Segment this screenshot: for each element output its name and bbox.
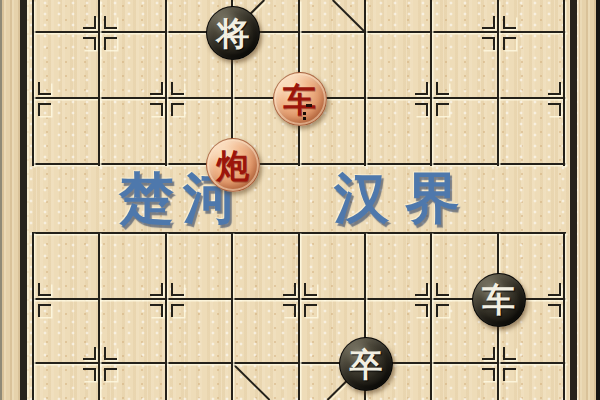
grid-file-line-4-lower — [231, 232, 233, 400]
grid-file-line-9-lower — [563, 232, 565, 400]
grid-file-line-2-lower — [98, 232, 100, 400]
point-marker-f2r3 — [83, 37, 96, 50]
piece-black-soldier[interactable]: 卒 — [339, 337, 393, 391]
piece-glyph: 车 — [482, 283, 515, 316]
grid-file-line-9-upper — [563, 0, 565, 166]
grid-file-line-5-lower — [298, 232, 300, 400]
point-marker-f5r7 — [304, 304, 317, 317]
point-marker-f1r4 — [38, 82, 51, 95]
board-playing-field[interactable]: 将车炮车卒 — [0, 0, 600, 400]
grid-rank-line-3 — [33, 31, 566, 33]
point-marker-f3r4 — [171, 103, 184, 116]
point-marker-f8r8 — [482, 347, 495, 360]
point-marker-f2r8 — [83, 347, 96, 360]
point-marker-f2r3 — [83, 16, 96, 29]
point-marker-f5r7 — [304, 283, 317, 296]
point-marker-f2r8 — [104, 368, 117, 381]
piece-glyph: 卒 — [349, 348, 382, 381]
point-marker-f3r4 — [171, 82, 184, 95]
piece-red-chariot[interactable]: 车 — [273, 72, 327, 126]
grid-file-line-2-upper — [98, 0, 100, 166]
point-marker-f3r7 — [171, 304, 184, 317]
grid-rank-line-5 — [33, 163, 566, 165]
piece-glyph: 炮 — [217, 149, 250, 182]
point-marker-f8r3 — [503, 16, 516, 29]
point-marker-f8r8 — [503, 368, 516, 381]
point-marker-f7r4 — [436, 103, 449, 116]
grid-rank-line-8 — [33, 362, 566, 364]
board-frame-right — [570, 0, 577, 400]
point-marker-f3r7 — [171, 283, 184, 296]
point-marker-f2r3 — [104, 16, 117, 29]
grid-file-line-1-upper — [32, 0, 34, 166]
point-marker-f1r7 — [38, 304, 51, 317]
selection-caret-dot — [303, 112, 306, 115]
selection-caret-artifact — [306, 104, 312, 107]
piece-glyph: 车 — [283, 83, 316, 116]
grid-file-line-7-lower — [430, 232, 432, 400]
point-marker-f7r4 — [415, 82, 428, 95]
point-marker-f8r3 — [482, 16, 495, 29]
point-marker-f8r8 — [503, 347, 516, 360]
piece-black-chariot[interactable]: 车 — [472, 273, 526, 327]
point-marker-f1r7 — [38, 283, 51, 296]
piece-black-general[interactable]: 将 — [206, 6, 260, 60]
point-marker-f7r7 — [436, 304, 449, 317]
point-marker-f1r4 — [38, 103, 51, 116]
point-marker-f9r4 — [548, 103, 561, 116]
grid-file-line-1-lower — [32, 232, 34, 400]
point-marker-f9r4 — [548, 82, 561, 95]
grid-file-line-6-upper — [364, 0, 366, 166]
point-marker-f7r4 — [436, 82, 449, 95]
grid-file-line-7-upper — [430, 0, 432, 166]
point-marker-f3r7 — [150, 304, 163, 317]
point-marker-f2r8 — [83, 368, 96, 381]
point-marker-f7r7 — [415, 283, 428, 296]
piece-glyph: 将 — [217, 17, 250, 50]
point-marker-f8r3 — [503, 37, 516, 50]
point-marker-f3r4 — [150, 103, 163, 116]
grid-rank-line-6 — [33, 232, 566, 234]
point-marker-f9r7 — [548, 283, 561, 296]
grid-file-line-8-upper — [497, 0, 499, 166]
point-marker-f5r7 — [283, 283, 296, 296]
point-marker-f7r7 — [436, 283, 449, 296]
board-frame-left — [20, 0, 27, 400]
point-marker-f2r3 — [104, 37, 117, 50]
xiangqi-board: 楚河 汉界 将车炮车卒 — [0, 0, 600, 400]
point-marker-f7r4 — [415, 103, 428, 116]
point-marker-f5r7 — [283, 304, 296, 317]
grid-file-line-3-lower — [165, 232, 167, 400]
point-marker-f3r7 — [150, 283, 163, 296]
grid-file-line-3-upper — [165, 0, 167, 166]
piece-red-cannon[interactable]: 炮 — [206, 138, 260, 192]
point-marker-f9r7 — [548, 304, 561, 317]
point-marker-f3r4 — [150, 82, 163, 95]
point-marker-f8r8 — [482, 368, 495, 381]
point-marker-f7r7 — [415, 304, 428, 317]
selection-caret-dot — [303, 117, 306, 120]
point-marker-f8r3 — [482, 37, 495, 50]
point-marker-f2r8 — [104, 347, 117, 360]
